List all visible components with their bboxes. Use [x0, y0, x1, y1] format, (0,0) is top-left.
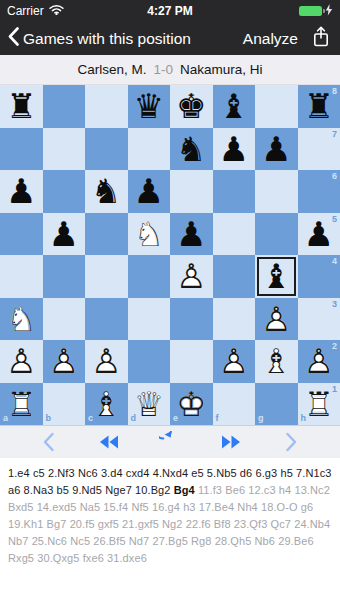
black-queen-piece[interactable]: ♛ — [128, 85, 171, 128]
black-bishop-piece[interactable]: ♝ — [255, 255, 298, 298]
square-e7[interactable]: ♞ — [170, 128, 213, 171]
square-d4[interactable] — [128, 255, 171, 298]
move-controls — [0, 425, 340, 458]
moves-future[interactable]: 11.f3 Be6 12.c3 h4 13.Nc2 Bxd5 14.exd5 N… — [8, 484, 330, 564]
square-f1[interactable]: f — [213, 383, 256, 426]
square-c1[interactable]: ♝♗c — [85, 383, 128, 426]
square-h5[interactable]: ♟5 — [298, 213, 340, 256]
square-d5[interactable]: ♞♘ — [128, 213, 171, 256]
square-a5[interactable] — [0, 213, 43, 256]
square-d1[interactable]: ♛♕d — [128, 383, 171, 426]
square-f3[interactable] — [213, 298, 256, 341]
black-pawn-piece[interactable]: ♟ — [170, 213, 213, 256]
file-label-e: e — [173, 414, 178, 423]
white-pawn-piece[interactable]: ♟♙ — [43, 340, 86, 383]
square-g1[interactable]: g — [255, 383, 298, 426]
file-label-c: c — [88, 414, 93, 423]
back-button[interactable]: Games with this position — [0, 27, 191, 50]
file-label-h: h — [301, 414, 307, 423]
square-h3[interactable]: 3 — [298, 298, 340, 341]
reset-game-button[interactable] — [153, 428, 187, 456]
square-a6[interactable]: ♟ — [0, 170, 43, 213]
white-pawn-piece[interactable]: ♟♙ — [85, 340, 128, 383]
navigation-bar: Games with this position Analyze — [0, 22, 340, 55]
square-b7[interactable] — [43, 128, 86, 171]
move-list[interactable]: 1.e4 c5 2.Nf3 Nc6 3.d4 cxd4 4.Nxd4 e5 5.… — [0, 458, 340, 574]
square-a7[interactable] — [0, 128, 43, 171]
square-b5[interactable]: ♟ — [43, 213, 86, 256]
back-chevron-icon — [8, 27, 19, 50]
square-f5[interactable] — [213, 213, 256, 256]
square-a8[interactable]: ♜ — [0, 85, 43, 128]
square-g3[interactable]: ♟♙ — [255, 298, 298, 341]
black-pawn-piece[interactable]: ♟ — [43, 213, 86, 256]
rank-label-5: 5 — [332, 215, 337, 224]
square-c4[interactable] — [85, 255, 128, 298]
black-knight-piece[interactable]: ♞ — [170, 128, 213, 171]
file-label-f: f — [216, 414, 219, 423]
square-d6[interactable]: ♟ — [128, 170, 171, 213]
square-b3[interactable] — [43, 298, 86, 341]
square-e6[interactable] — [170, 170, 213, 213]
share-icon[interactable] — [312, 26, 330, 52]
rank-label-3: 3 — [332, 300, 337, 309]
step-forward-button[interactable] — [275, 428, 309, 456]
square-c5[interactable] — [85, 213, 128, 256]
square-c2[interactable]: ♟♙ — [85, 340, 128, 383]
square-e8[interactable]: ♚ — [170, 85, 213, 128]
square-g7[interactable]: ♟ — [255, 128, 298, 171]
rank-label-7: 7 — [332, 130, 337, 139]
square-a2[interactable]: ♟♙ — [0, 340, 43, 383]
fast-forward-button[interactable] — [214, 428, 248, 456]
white-player-name: Carlsen, M. — [77, 62, 146, 77]
rank-label-6: 6 — [332, 172, 337, 181]
file-label-a: a — [3, 414, 8, 423]
square-d3[interactable] — [128, 298, 171, 341]
back-button-label: Games with this position — [23, 30, 191, 48]
square-h6[interactable]: 6 — [298, 170, 340, 213]
square-e5[interactable]: ♟ — [170, 213, 213, 256]
square-h2[interactable]: ♟♙2 — [298, 340, 340, 383]
black-bishop-piece[interactable]: ♝ — [213, 85, 256, 128]
white-pawn-piece[interactable]: ♟♙ — [213, 340, 256, 383]
app-window: Carrier 4:27 PM — [0, 0, 340, 604]
square-h1[interactable]: ♜♖1h — [298, 383, 340, 426]
game-header: Carlsen, M. 1-0 Nakamura, Hi — [0, 55, 340, 85]
status-bar: Carrier 4:27 PM — [0, 0, 340, 22]
white-pawn-piece[interactable]: ♟♙ — [255, 298, 298, 341]
square-b6[interactable] — [43, 170, 86, 213]
square-c3[interactable] — [85, 298, 128, 341]
square-g2[interactable]: ♝♗ — [255, 340, 298, 383]
square-g4[interactable]: ♝ — [255, 255, 298, 298]
square-h4[interactable]: 4 — [298, 255, 340, 298]
rank-label-8: 8 — [332, 87, 337, 96]
black-king-piece[interactable]: ♚ — [170, 85, 213, 128]
fast-rewind-button[interactable] — [92, 428, 126, 456]
battery-icon — [299, 6, 322, 16]
square-f8[interactable]: ♝ — [213, 85, 256, 128]
square-h8[interactable]: ♜8 — [298, 85, 340, 128]
square-c8[interactable] — [85, 85, 128, 128]
analyze-button[interactable]: Analyze — [243, 30, 298, 48]
square-d7[interactable] — [128, 128, 171, 171]
black-player-name: Nakamura, Hi — [180, 62, 263, 77]
square-a4[interactable] — [0, 255, 43, 298]
rank-label-1: 1 — [332, 385, 337, 394]
square-e2[interactable] — [170, 340, 213, 383]
square-d8[interactable]: ♛ — [128, 85, 171, 128]
square-a3[interactable]: ♞♘ — [0, 298, 43, 341]
square-d2[interactable] — [128, 340, 171, 383]
chess-board[interactable]: ♜♛♚♝♜8♞♟♟7♟♞♟6♟♞♘♟♟5♟♙♝4♞♘♟♙3♟♙♟♙♟♙♟♙♝♗♟… — [0, 85, 340, 425]
white-pawn-piece[interactable]: ♟♙ — [0, 340, 43, 383]
clock-time: 4:27 PM — [0, 4, 340, 18]
square-f6[interactable] — [213, 170, 256, 213]
rank-label-4: 4 — [332, 257, 337, 266]
square-e4[interactable]: ♟♙ — [170, 255, 213, 298]
step-back-button[interactable] — [31, 428, 65, 456]
white-pawn-piece[interactable]: ♟♙ — [170, 255, 213, 298]
white-knight-piece[interactable]: ♞♘ — [0, 298, 43, 341]
black-rook-piece[interactable]: ♜ — [0, 85, 43, 128]
rank-label-2: 2 — [332, 342, 337, 351]
square-g8[interactable] — [255, 85, 298, 128]
file-label-d: d — [131, 414, 137, 423]
square-e3[interactable] — [170, 298, 213, 341]
square-c7[interactable] — [85, 128, 128, 171]
current-move[interactable]: Bg4 — [174, 484, 195, 496]
white-knight-piece[interactable]: ♞♘ — [128, 213, 171, 256]
black-pawn-piece[interactable]: ♟ — [213, 128, 256, 171]
game-result: 1-0 — [153, 62, 173, 77]
square-b4[interactable] — [43, 255, 86, 298]
square-g5[interactable] — [255, 213, 298, 256]
square-g6[interactable] — [255, 170, 298, 213]
black-pawn-piece[interactable]: ♟ — [255, 128, 298, 171]
square-e1[interactable]: ♚♔e — [170, 383, 213, 426]
black-knight-piece[interactable]: ♞ — [85, 170, 128, 213]
square-h7[interactable]: 7 — [298, 128, 340, 171]
square-b2[interactable]: ♟♙ — [43, 340, 86, 383]
square-f4[interactable] — [213, 255, 256, 298]
file-label-b: b — [46, 414, 52, 423]
square-c6[interactable]: ♞ — [85, 170, 128, 213]
white-bishop-piece[interactable]: ♝♗ — [255, 340, 298, 383]
square-b8[interactable] — [43, 85, 86, 128]
file-label-g: g — [258, 414, 264, 423]
square-b1[interactable]: b — [43, 383, 86, 426]
black-pawn-piece[interactable]: ♟ — [0, 170, 43, 213]
square-f2[interactable]: ♟♙ — [213, 340, 256, 383]
square-a1[interactable]: ♜♖a — [0, 383, 43, 426]
black-pawn-piece[interactable]: ♟ — [128, 170, 171, 213]
square-f7[interactable]: ♟ — [213, 128, 256, 171]
